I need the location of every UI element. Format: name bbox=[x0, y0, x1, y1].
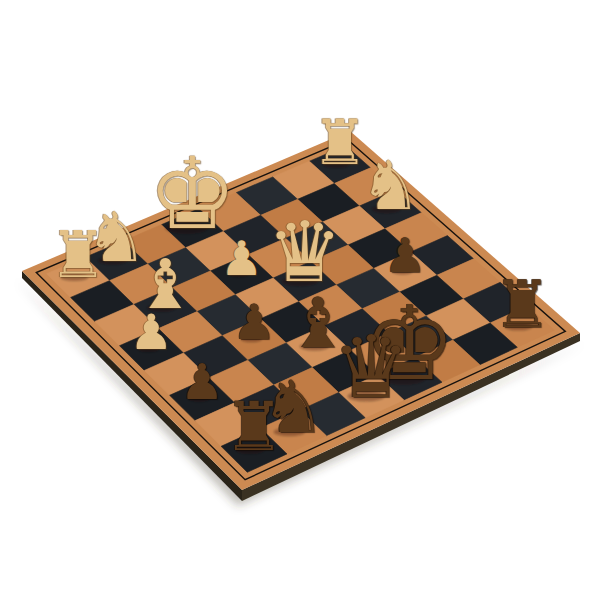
chess-board bbox=[0, 0, 600, 600]
piece-shadow bbox=[189, 396, 210, 402]
piece-shadow bbox=[138, 346, 159, 352]
piece-shadow bbox=[372, 205, 401, 213]
piece-shadow bbox=[300, 342, 330, 350]
piece-shadow bbox=[147, 304, 177, 312]
piece-shadow bbox=[392, 269, 413, 275]
piece-shadow bbox=[165, 222, 208, 234]
chessboard-photo-scene: ♜♞♚♞♟♟♜♛♝♜♟♝♟♚♛♟♞♜ bbox=[0, 0, 600, 600]
piece-shadow bbox=[60, 273, 88, 281]
piece-shadow bbox=[282, 276, 318, 286]
piece-shadow bbox=[323, 161, 350, 169]
piece-shadow bbox=[229, 272, 250, 278]
piece-shadow bbox=[348, 391, 385, 402]
piece-shadow bbox=[381, 372, 426, 385]
piece-shadow bbox=[98, 257, 128, 265]
piece-shadow bbox=[241, 336, 262, 342]
piece-shadow bbox=[274, 428, 305, 437]
piece-shadow bbox=[236, 446, 265, 454]
piece-shadow bbox=[504, 323, 532, 331]
